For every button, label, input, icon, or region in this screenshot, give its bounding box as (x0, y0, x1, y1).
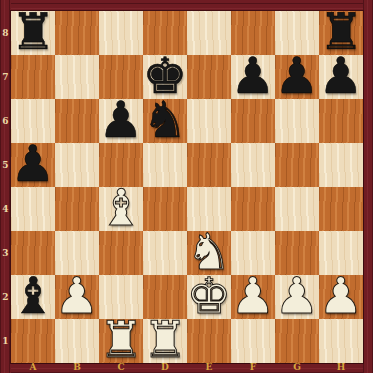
piece-white-pawn[interactable]: ♟ (319, 274, 364, 318)
rank-label-7: 7 (2, 73, 8, 82)
file-label-c: C (117, 363, 124, 372)
square-f2[interactable]: ♟ (231, 275, 275, 319)
file-label-a: A (30, 363, 37, 372)
file-label-e: E (206, 363, 213, 372)
square-g1[interactable] (275, 319, 319, 363)
square-g7[interactable]: ♟ (275, 55, 319, 99)
square-f5[interactable] (231, 143, 275, 187)
piece-black-pawn[interactable]: ♟ (275, 54, 320, 98)
file-label-cell-h: H (319, 362, 363, 373)
rank-label-2: 2 (2, 293, 8, 302)
rank-label-4: 4 (2, 205, 8, 214)
square-h5[interactable] (319, 143, 363, 187)
square-e6[interactable] (187, 99, 231, 143)
square-f6[interactable] (231, 99, 275, 143)
chess-board-frame: ♜♜♚♟♟♟♟♞♟♝♞♝♟♚♟♟♟♜♜ 87654321 ABCDEFGH (0, 0, 373, 373)
piece-black-pawn[interactable]: ♟ (99, 98, 144, 142)
rank-label-8: 8 (2, 29, 8, 38)
rank-label-5: 5 (2, 161, 8, 170)
chess-board: ♜♜♚♟♟♟♟♞♟♝♞♝♟♚♟♟♟♜♜ (11, 11, 363, 363)
file-label-cell-a: A (11, 362, 55, 373)
square-d5[interactable] (143, 143, 187, 187)
rank-label-cell-8: 8 (0, 11, 11, 55)
square-e1[interactable] (187, 319, 231, 363)
rank-label-cell-6: 6 (0, 99, 11, 143)
square-e8[interactable] (187, 11, 231, 55)
rank-label-cell-2: 2 (0, 275, 11, 319)
piece-white-pawn[interactable]: ♟ (275, 274, 320, 318)
square-d4[interactable] (143, 187, 187, 231)
square-b4[interactable] (55, 187, 99, 231)
square-g6[interactable] (275, 99, 319, 143)
square-d3[interactable] (143, 231, 187, 275)
piece-black-rook[interactable]: ♜ (11, 10, 56, 54)
piece-white-bishop[interactable]: ♝ (99, 186, 144, 230)
piece-black-pawn[interactable]: ♟ (319, 54, 364, 98)
rank-label-cell-1: 1 (0, 319, 11, 363)
frame-right-grain (363, 0, 373, 373)
square-a2[interactable]: ♝ (11, 275, 55, 319)
square-d1[interactable]: ♜ (143, 319, 187, 363)
file-label-h: H (337, 363, 346, 372)
square-a4[interactable] (11, 187, 55, 231)
square-h4[interactable] (319, 187, 363, 231)
square-b8[interactable] (55, 11, 99, 55)
piece-white-pawn[interactable]: ♟ (55, 274, 100, 318)
square-f4[interactable] (231, 187, 275, 231)
square-b6[interactable] (55, 99, 99, 143)
file-label-cell-g: G (275, 362, 319, 373)
piece-black-pawn[interactable]: ♟ (231, 54, 276, 98)
square-c8[interactable] (99, 11, 143, 55)
rank-label-cell-4: 4 (0, 187, 11, 231)
file-label-cell-c: C (99, 362, 143, 373)
file-labels: ABCDEFGH (11, 362, 363, 373)
file-label-g: G (293, 363, 301, 372)
rank-label-cell-5: 5 (0, 143, 11, 187)
file-label-b: B (73, 363, 81, 372)
square-d6[interactable]: ♞ (143, 99, 187, 143)
square-e2[interactable]: ♚ (187, 275, 231, 319)
file-label-cell-b: B (55, 362, 99, 373)
square-b1[interactable] (55, 319, 99, 363)
square-c3[interactable] (99, 231, 143, 275)
file-label-cell-f: F (231, 362, 275, 373)
square-b2[interactable]: ♟ (55, 275, 99, 319)
square-h6[interactable] (319, 99, 363, 143)
square-h2[interactable]: ♟ (319, 275, 363, 319)
square-c4[interactable]: ♝ (99, 187, 143, 231)
piece-white-rook[interactable]: ♜ (99, 318, 144, 362)
square-g5[interactable] (275, 143, 319, 187)
rank-label-6: 6 (2, 117, 8, 126)
square-f1[interactable] (231, 319, 275, 363)
square-g4[interactable] (275, 187, 319, 231)
file-label-d: D (161, 363, 169, 372)
piece-white-king[interactable]: ♚ (187, 274, 232, 318)
piece-white-pawn[interactable]: ♟ (231, 274, 276, 318)
square-e7[interactable] (187, 55, 231, 99)
square-h7[interactable]: ♟ (319, 55, 363, 99)
square-a7[interactable] (11, 55, 55, 99)
square-b7[interactable] (55, 55, 99, 99)
square-e5[interactable] (187, 143, 231, 187)
rank-labels: 87654321 (0, 11, 11, 363)
rank-label-cell-3: 3 (0, 231, 11, 275)
square-c1[interactable]: ♜ (99, 319, 143, 363)
square-b5[interactable] (55, 143, 99, 187)
file-label-cell-d: D (143, 362, 187, 373)
square-c6[interactable]: ♟ (99, 99, 143, 143)
rank-label-1: 1 (2, 337, 8, 346)
square-a1[interactable] (11, 319, 55, 363)
piece-black-pawn[interactable]: ♟ (11, 142, 56, 186)
piece-black-knight[interactable]: ♞ (143, 98, 188, 142)
piece-black-bishop[interactable]: ♝ (11, 274, 56, 318)
rank-label-3: 3 (2, 249, 8, 258)
square-g2[interactable]: ♟ (275, 275, 319, 319)
piece-white-rook[interactable]: ♜ (143, 318, 188, 362)
file-label-cell-e: E (187, 362, 231, 373)
square-a8[interactable]: ♜ (11, 11, 55, 55)
square-a5[interactable]: ♟ (11, 143, 55, 187)
square-h1[interactable] (319, 319, 363, 363)
rank-label-cell-7: 7 (0, 55, 11, 99)
square-f7[interactable]: ♟ (231, 55, 275, 99)
file-label-f: F (250, 363, 256, 372)
